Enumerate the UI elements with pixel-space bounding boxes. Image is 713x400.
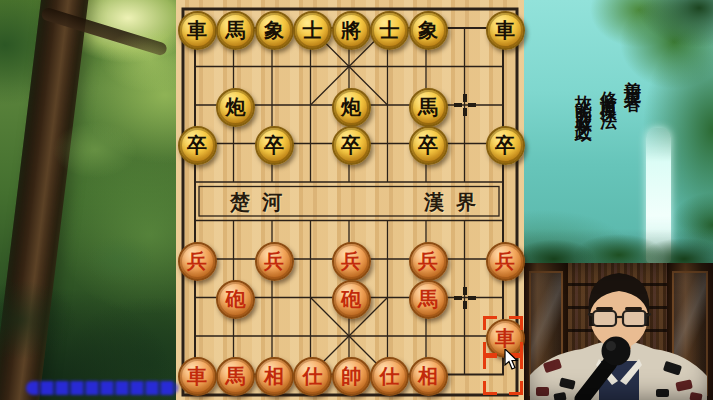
piece-black-馬[interactable]: 馬 (409, 88, 448, 127)
piece-black-士[interactable]: 士 (293, 11, 332, 50)
piece-black-卒[interactable]: 卒 (332, 126, 371, 165)
webcam-vignette (524, 263, 713, 400)
piece-black-象[interactable]: 象 (255, 11, 294, 50)
piece-red-兵[interactable]: 兵 (332, 242, 371, 281)
piece-red-仕[interactable]: 仕 (370, 357, 409, 396)
piece-red-馬[interactable]: 馬 (216, 357, 255, 396)
calligraphy-column-2: 修道而保法 (598, 78, 621, 103)
panel-foliage-band (524, 229, 713, 263)
piece-red-車[interactable]: 車 (178, 357, 217, 396)
piece-black-卒[interactable]: 卒 (255, 126, 294, 165)
calligraphy-column-3: 故能为胜败之政 (573, 82, 596, 117)
piece-black-將[interactable]: 將 (332, 11, 371, 50)
piece-black-象[interactable]: 象 (409, 11, 448, 50)
piece-black-卒[interactable]: 卒 (409, 126, 448, 165)
piece-red-兵[interactable]: 兵 (178, 242, 217, 281)
piece-red-相[interactable]: 相 (409, 357, 448, 396)
piece-black-炮[interactable]: 炮 (216, 88, 255, 127)
piece-black-馬[interactable]: 馬 (216, 11, 255, 50)
piece-red-砲[interactable]: 砲 (216, 280, 255, 319)
blue-caption-blur (26, 381, 178, 395)
piece-black-車[interactable]: 車 (178, 11, 217, 50)
foliage-overlay (0, 0, 176, 400)
forest-background (0, 0, 176, 400)
piece-red-馬[interactable]: 馬 (409, 280, 448, 319)
calligraphy-column-1: 善用兵者 (622, 66, 645, 86)
piece-black-炮[interactable]: 炮 (332, 88, 371, 127)
piece-red-兵[interactable]: 兵 (255, 242, 294, 281)
art-of-war-panel: 善用兵者 修道而保法 故能为胜败之政 (524, 0, 713, 263)
river-label-chu: 楚河 (220, 189, 304, 216)
piece-red-兵[interactable]: 兵 (409, 242, 448, 281)
piece-red-兵[interactable]: 兵 (486, 242, 525, 281)
stream-frame: 楚河 漢界 車馬象士將士象車炮炮馬卒卒卒卒卒兵兵兵兵兵砲砲馬車車馬相仕帥仕相 善… (0, 0, 713, 400)
xiangqi-board[interactable]: 楚河 漢界 車馬象士將士象車炮炮馬卒卒卒卒卒兵兵兵兵兵砲砲馬車車馬相仕帥仕相 (176, 0, 524, 400)
webcam-overlay (524, 263, 713, 400)
last-move-cross-marker (454, 287, 476, 309)
last-move-cross-marker (454, 94, 476, 116)
piece-red-帥[interactable]: 帥 (332, 357, 371, 396)
piece-black-卒[interactable]: 卒 (486, 126, 525, 165)
piece-black-卒[interactable]: 卒 (178, 126, 217, 165)
piece-red-砲[interactable]: 砲 (332, 280, 371, 319)
piece-black-士[interactable]: 士 (370, 11, 409, 50)
mouse-cursor (504, 349, 519, 370)
piece-red-相[interactable]: 相 (255, 357, 294, 396)
piece-red-仕[interactable]: 仕 (293, 357, 332, 396)
river-label-han: 漢界 (414, 189, 498, 216)
piece-black-車[interactable]: 車 (486, 11, 525, 50)
